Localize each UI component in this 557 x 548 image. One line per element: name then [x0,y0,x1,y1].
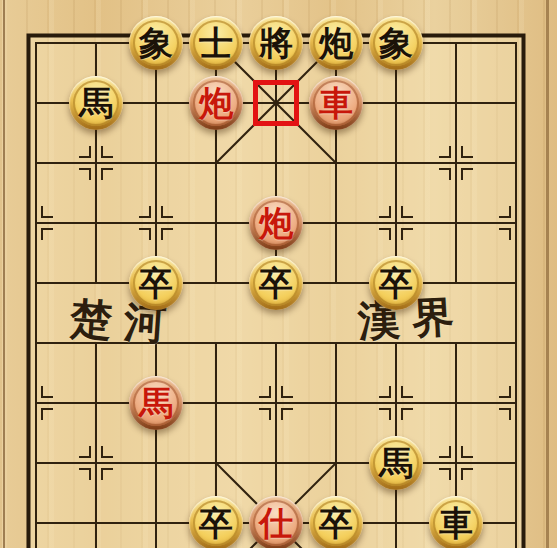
red-cannon-central[interactable]: 炮 [249,196,303,250]
piece-glyph: 象 [379,26,413,60]
piece-glyph: 炮 [259,206,293,240]
piece-glyph: 士 [199,26,233,60]
black-horse-left[interactable]: 馬 [69,76,123,130]
black-cannon[interactable]: 炮 [309,16,363,70]
piece-glyph: 車 [439,506,473,540]
black-soldier-g[interactable]: 卒 [369,256,423,310]
piece-glyph: 馬 [379,446,413,480]
piece-glyph: 卒 [259,266,293,300]
black-soldier-e[interactable]: 卒 [249,256,303,310]
piece-glyph: 將 [259,26,293,60]
piece-glyph: 炮 [199,86,233,120]
black-horse-right[interactable]: 馬 [369,436,423,490]
black-elephant-right[interactable]: 象 [369,16,423,70]
piece-glyph: 車 [319,86,353,120]
piece-glyph: 卒 [139,266,173,300]
piece-glyph: 卒 [319,506,353,540]
piece-glyph: 象 [139,26,173,60]
piece-glyph: 馬 [79,86,113,120]
piece-glyph: 炮 [319,26,353,60]
piece-glyph: 馬 [139,386,173,420]
red-advisor[interactable]: 仕 [249,496,303,548]
piece-glyph: 仕 [259,506,293,540]
black-elephant-left[interactable]: 象 [129,16,183,70]
pieces-layer: 象士將炮象馬炮車炮卒卒卒馬馬卒仕卒車 [6,13,546,548]
red-horse[interactable]: 馬 [129,376,183,430]
black-advisor[interactable]: 士 [189,16,243,70]
xiangqi-app: 楚河 漢界 象士將炮象馬炮車炮卒卒卒馬馬卒仕卒車 [0,0,557,548]
red-cannon-advanced[interactable]: 炮 [189,76,243,130]
black-soldier-advanced-left[interactable]: 卒 [189,496,243,548]
piece-glyph: 卒 [379,266,413,300]
black-soldier-advanced-right[interactable]: 卒 [309,496,363,548]
black-chariot[interactable]: 車 [429,496,483,548]
red-chariot[interactable]: 車 [309,76,363,130]
black-general[interactable]: 將 [249,16,303,70]
black-soldier-c[interactable]: 卒 [129,256,183,310]
piece-glyph: 卒 [199,506,233,540]
